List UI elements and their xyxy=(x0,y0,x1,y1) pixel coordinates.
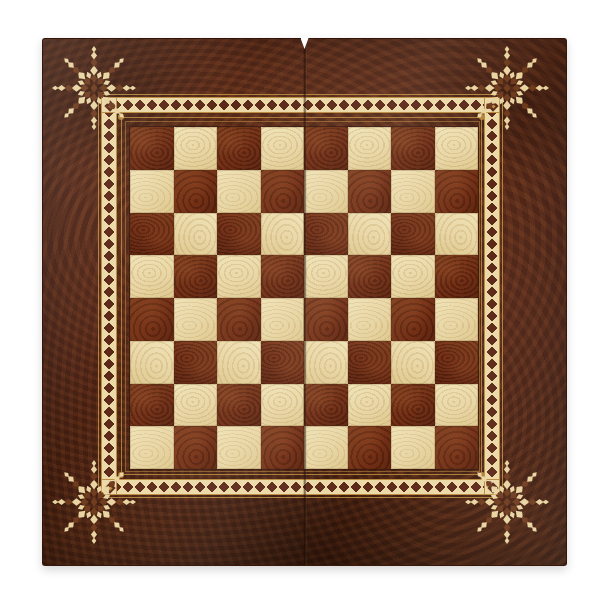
square-a2[interactable] xyxy=(130,384,174,427)
square-d8[interactable] xyxy=(261,127,305,170)
square-a7[interactable] xyxy=(130,170,174,213)
square-a6[interactable] xyxy=(130,213,174,256)
square-h6[interactable] xyxy=(435,213,479,256)
square-h1[interactable] xyxy=(435,426,479,469)
square-e6[interactable] xyxy=(304,213,348,256)
square-e8[interactable] xyxy=(304,127,348,170)
square-d3[interactable] xyxy=(261,341,305,384)
square-f6[interactable] xyxy=(348,213,392,256)
square-a4[interactable] xyxy=(130,298,174,341)
square-g2[interactable] xyxy=(391,384,435,427)
square-c2[interactable] xyxy=(217,384,261,427)
square-e3[interactable] xyxy=(304,341,348,384)
square-e5[interactable] xyxy=(304,255,348,298)
square-b3[interactable] xyxy=(174,341,218,384)
square-h7[interactable] xyxy=(435,170,479,213)
inlay-dot-bottom-left xyxy=(118,472,124,478)
page-background: { "game": "chess", "position": { "fen": … xyxy=(0,0,600,600)
square-g1[interactable] xyxy=(391,426,435,469)
mosaic-border-right xyxy=(484,97,500,495)
fold-notch xyxy=(301,38,309,49)
mosaic-border-left xyxy=(101,97,117,495)
mosaic-border-top xyxy=(101,97,500,113)
chess-board xyxy=(42,38,567,566)
square-a1[interactable] xyxy=(130,426,174,469)
square-f8[interactable] xyxy=(348,127,392,170)
square-g5[interactable] xyxy=(391,255,435,298)
star-inlay-icon xyxy=(464,45,550,131)
square-c3[interactable] xyxy=(217,341,261,384)
square-f3[interactable] xyxy=(348,341,392,384)
square-b1[interactable] xyxy=(174,426,218,469)
playing-field xyxy=(130,127,478,469)
square-a3[interactable] xyxy=(130,341,174,384)
square-b6[interactable] xyxy=(174,213,218,256)
square-c7[interactable] xyxy=(217,170,261,213)
square-b8[interactable] xyxy=(174,127,218,170)
square-f1[interactable] xyxy=(348,426,392,469)
square-a8[interactable] xyxy=(130,127,174,170)
star-inlay-icon xyxy=(51,459,137,545)
square-d5[interactable] xyxy=(261,255,305,298)
square-e2[interactable] xyxy=(304,384,348,427)
square-f7[interactable] xyxy=(348,170,392,213)
square-d1[interactable] xyxy=(261,426,305,469)
star-inlay-icon xyxy=(51,45,137,131)
inlay-dot-bottom-right xyxy=(479,472,485,478)
star-inlay-icon xyxy=(464,459,550,545)
square-b7[interactable] xyxy=(174,170,218,213)
square-d6[interactable] xyxy=(261,213,305,256)
inlay-dot-top-right xyxy=(479,114,485,120)
square-h5[interactable] xyxy=(435,255,479,298)
square-h3[interactable] xyxy=(435,341,479,384)
square-h2[interactable] xyxy=(435,384,479,427)
square-c5[interactable] xyxy=(217,255,261,298)
square-e1[interactable] xyxy=(304,426,348,469)
square-d4[interactable] xyxy=(261,298,305,341)
inlay-dot-top-left xyxy=(118,114,124,120)
square-c1[interactable] xyxy=(217,426,261,469)
mosaic-rosette-bottom-left xyxy=(101,479,117,495)
square-g7[interactable] xyxy=(391,170,435,213)
square-g6[interactable] xyxy=(391,213,435,256)
square-b5[interactable] xyxy=(174,255,218,298)
square-f2[interactable] xyxy=(348,384,392,427)
square-h4[interactable] xyxy=(435,298,479,341)
square-g4[interactable] xyxy=(391,298,435,341)
mosaic-rosette-top-left xyxy=(101,97,117,113)
square-e4[interactable] xyxy=(304,298,348,341)
mosaic-rosette-bottom-right xyxy=(484,479,500,495)
square-c6[interactable] xyxy=(217,213,261,256)
square-b4[interactable] xyxy=(174,298,218,341)
square-c4[interactable] xyxy=(217,298,261,341)
square-d2[interactable] xyxy=(261,384,305,427)
square-c8[interactable] xyxy=(217,127,261,170)
square-f5[interactable] xyxy=(348,255,392,298)
square-g8[interactable] xyxy=(391,127,435,170)
square-d7[interactable] xyxy=(261,170,305,213)
square-g3[interactable] xyxy=(391,341,435,384)
square-h8[interactable] xyxy=(435,127,479,170)
square-f4[interactable] xyxy=(348,298,392,341)
square-a5[interactable] xyxy=(130,255,174,298)
mosaic-rosette-top-right xyxy=(484,97,500,113)
square-e7[interactable] xyxy=(304,170,348,213)
square-b2[interactable] xyxy=(174,384,218,427)
mosaic-border-bottom xyxy=(101,479,500,495)
